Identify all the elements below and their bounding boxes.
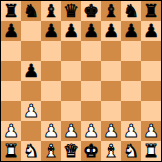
piece-black-pawn[interactable]: ♟: [43, 21, 59, 41]
square-b2[interactable]: [21, 121, 41, 141]
square-b4[interactable]: [21, 81, 41, 101]
square-d3[interactable]: [61, 101, 81, 121]
square-d5[interactable]: [61, 61, 81, 81]
piece-black-pawn[interactable]: ♟: [143, 21, 159, 41]
square-b6[interactable]: [21, 41, 41, 61]
square-b7[interactable]: [21, 21, 41, 41]
piece-white-knight[interactable]: ♞: [23, 141, 39, 161]
square-c3[interactable]: [41, 101, 61, 121]
square-g8[interactable]: ♞: [121, 1, 141, 21]
square-f1[interactable]: ♝: [101, 141, 121, 161]
piece-black-king[interactable]: ♚: [83, 1, 99, 21]
square-b8[interactable]: ♞: [21, 1, 41, 21]
square-g1[interactable]: ♞: [121, 141, 141, 161]
piece-black-rook[interactable]: ♜: [143, 1, 159, 21]
piece-white-pawn[interactable]: ♟: [43, 121, 59, 141]
piece-white-queen[interactable]: ♛: [63, 141, 79, 161]
square-h7[interactable]: ♟: [141, 21, 161, 41]
square-b5[interactable]: ♟: [21, 61, 41, 81]
square-c5[interactable]: [41, 61, 61, 81]
square-a5[interactable]: [1, 61, 21, 81]
square-b1[interactable]: ♞: [21, 141, 41, 161]
square-h3[interactable]: [141, 101, 161, 121]
square-a3[interactable]: [1, 101, 21, 121]
square-a4[interactable]: [1, 81, 21, 101]
square-g3[interactable]: [121, 101, 141, 121]
square-g2[interactable]: ♟: [121, 121, 141, 141]
square-f6[interactable]: [101, 41, 121, 61]
square-f5[interactable]: [101, 61, 121, 81]
piece-white-pawn[interactable]: ♟: [23, 101, 39, 121]
square-c4[interactable]: [41, 81, 61, 101]
piece-white-bishop[interactable]: ♝: [43, 141, 59, 161]
piece-white-knight[interactable]: ♞: [123, 141, 139, 161]
square-g7[interactable]: ♟: [121, 21, 141, 41]
square-h1[interactable]: ♜: [141, 141, 161, 161]
piece-black-queen[interactable]: ♛: [63, 1, 79, 21]
piece-black-pawn[interactable]: ♟: [3, 21, 19, 41]
piece-white-pawn[interactable]: ♟: [123, 121, 139, 141]
square-e8[interactable]: ♚: [81, 1, 101, 21]
piece-black-pawn[interactable]: ♟: [103, 21, 119, 41]
chess-board: ♜♞♝♛♚♝♞♜♟♟♟♟♟♟♟♟♟♟♟♟♟♟♟♟♜♞♝♛♚♝♞♜: [0, 0, 162, 162]
square-d1[interactable]: ♛: [61, 141, 81, 161]
square-f4[interactable]: [101, 81, 121, 101]
square-d8[interactable]: ♛: [61, 1, 81, 21]
square-a8[interactable]: ♜: [1, 1, 21, 21]
square-d6[interactable]: [61, 41, 81, 61]
square-e2[interactable]: ♟: [81, 121, 101, 141]
piece-black-knight[interactable]: ♞: [23, 1, 39, 21]
piece-black-pawn[interactable]: ♟: [63, 21, 79, 41]
square-h2[interactable]: ♟: [141, 121, 161, 141]
piece-white-pawn[interactable]: ♟: [63, 121, 79, 141]
square-f3[interactable]: [101, 101, 121, 121]
square-f7[interactable]: ♟: [101, 21, 121, 41]
square-c8[interactable]: ♝: [41, 1, 61, 21]
square-g5[interactable]: [121, 61, 141, 81]
square-a6[interactable]: [1, 41, 21, 61]
piece-white-pawn[interactable]: ♟: [103, 121, 119, 141]
square-h4[interactable]: [141, 81, 161, 101]
square-b3[interactable]: ♟: [21, 101, 41, 121]
piece-black-pawn[interactable]: ♟: [23, 61, 39, 81]
piece-black-knight[interactable]: ♞: [123, 1, 139, 21]
piece-white-pawn[interactable]: ♟: [143, 121, 159, 141]
square-e4[interactable]: [81, 81, 101, 101]
square-c1[interactable]: ♝: [41, 141, 61, 161]
square-a2[interactable]: ♟: [1, 121, 21, 141]
square-a1[interactable]: ♜: [1, 141, 21, 161]
piece-black-pawn[interactable]: ♟: [83, 21, 99, 41]
square-d2[interactable]: ♟: [61, 121, 81, 141]
square-c2[interactable]: ♟: [41, 121, 61, 141]
piece-black-rook[interactable]: ♜: [3, 1, 19, 21]
piece-white-rook[interactable]: ♜: [143, 141, 159, 161]
piece-black-pawn[interactable]: ♟: [123, 21, 139, 41]
square-d7[interactable]: ♟: [61, 21, 81, 41]
piece-white-pawn[interactable]: ♟: [3, 121, 19, 141]
square-e5[interactable]: [81, 61, 101, 81]
piece-white-bishop[interactable]: ♝: [103, 141, 119, 161]
square-g4[interactable]: [121, 81, 141, 101]
piece-black-bishop[interactable]: ♝: [43, 1, 59, 21]
square-g6[interactable]: [121, 41, 141, 61]
square-f2[interactable]: ♟: [101, 121, 121, 141]
square-c6[interactable]: [41, 41, 61, 61]
square-e7[interactable]: ♟: [81, 21, 101, 41]
square-e6[interactable]: [81, 41, 101, 61]
square-h6[interactable]: [141, 41, 161, 61]
square-e3[interactable]: [81, 101, 101, 121]
square-c7[interactable]: ♟: [41, 21, 61, 41]
piece-white-rook[interactable]: ♜: [3, 141, 19, 161]
piece-white-pawn[interactable]: ♟: [83, 121, 99, 141]
piece-white-king[interactable]: ♚: [83, 141, 99, 161]
square-e1[interactable]: ♚: [81, 141, 101, 161]
square-d4[interactable]: [61, 81, 81, 101]
square-f8[interactable]: ♝: [101, 1, 121, 21]
piece-black-bishop[interactable]: ♝: [103, 1, 119, 21]
square-a7[interactable]: ♟: [1, 21, 21, 41]
square-h5[interactable]: [141, 61, 161, 81]
square-h8[interactable]: ♜: [141, 1, 161, 21]
